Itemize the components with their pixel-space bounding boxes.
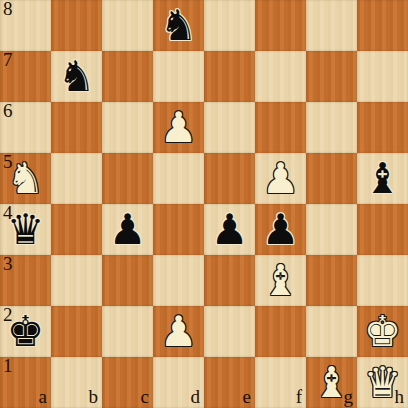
square-h4[interactable] bbox=[357, 204, 408, 255]
piece-black-pawn[interactable]: ♟ bbox=[102, 204, 153, 255]
square-a3[interactable]: 3 bbox=[0, 255, 51, 306]
rank-label-3: 3 bbox=[3, 253, 13, 275]
square-b4[interactable] bbox=[51, 204, 102, 255]
square-g6[interactable] bbox=[306, 102, 357, 153]
square-g8[interactable] bbox=[306, 0, 357, 51]
square-a8[interactable]: 8 bbox=[0, 0, 51, 51]
piece-black-pawn[interactable]: ♟ bbox=[255, 204, 306, 255]
square-f5[interactable]: ♟ bbox=[255, 153, 306, 204]
square-d4[interactable] bbox=[153, 204, 204, 255]
square-g3[interactable] bbox=[306, 255, 357, 306]
square-c8[interactable] bbox=[102, 0, 153, 51]
piece-black-pawn[interactable]: ♟ bbox=[204, 204, 255, 255]
piece-black-knight[interactable]: ♞ bbox=[51, 51, 102, 102]
file-label-a: a bbox=[39, 386, 47, 408]
square-e4[interactable]: ♟ bbox=[204, 204, 255, 255]
square-h7[interactable] bbox=[357, 51, 408, 102]
square-e5[interactable] bbox=[204, 153, 255, 204]
square-h1[interactable]: h♛ bbox=[357, 357, 408, 408]
file-label-e: e bbox=[243, 386, 251, 408]
square-a4[interactable]: 4♛ bbox=[0, 204, 51, 255]
piece-black-bishop[interactable]: ♝ bbox=[357, 153, 408, 204]
piece-white-king[interactable]: ♚ bbox=[357, 306, 408, 357]
square-c4[interactable]: ♟ bbox=[102, 204, 153, 255]
square-a5[interactable]: 5♞ bbox=[0, 153, 51, 204]
piece-white-pawn[interactable]: ♟ bbox=[255, 153, 306, 204]
square-d6[interactable]: ♟ bbox=[153, 102, 204, 153]
rank-label-4: 4 bbox=[3, 202, 13, 224]
file-label-h: h bbox=[395, 386, 405, 408]
square-e6[interactable] bbox=[204, 102, 255, 153]
square-c6[interactable] bbox=[102, 102, 153, 153]
rank-label-7: 7 bbox=[3, 49, 13, 71]
rank-label-2: 2 bbox=[3, 304, 13, 326]
piece-white-pawn[interactable]: ♟ bbox=[153, 306, 204, 357]
square-d2[interactable]: ♟ bbox=[153, 306, 204, 357]
square-c3[interactable] bbox=[102, 255, 153, 306]
file-label-g: g bbox=[344, 386, 354, 408]
square-f8[interactable] bbox=[255, 0, 306, 51]
rank-label-8: 8 bbox=[3, 0, 13, 20]
square-f1[interactable]: f bbox=[255, 357, 306, 408]
square-f7[interactable] bbox=[255, 51, 306, 102]
square-c7[interactable] bbox=[102, 51, 153, 102]
square-a6[interactable]: 6 bbox=[0, 102, 51, 153]
rank-label-5: 5 bbox=[3, 151, 13, 173]
square-h2[interactable]: ♚ bbox=[357, 306, 408, 357]
file-label-d: d bbox=[191, 386, 201, 408]
square-c2[interactable] bbox=[102, 306, 153, 357]
square-b1[interactable]: b bbox=[51, 357, 102, 408]
square-h5[interactable]: ♝ bbox=[357, 153, 408, 204]
file-label-b: b bbox=[89, 386, 99, 408]
square-a1[interactable]: 1a bbox=[0, 357, 51, 408]
chess-board: 8♞7♞6♟5♞♟♝4♛♟♟♟3♝2♚♟♚1abcdefg♝h♛ bbox=[0, 0, 408, 408]
square-a7[interactable]: 7 bbox=[0, 51, 51, 102]
square-e8[interactable] bbox=[204, 0, 255, 51]
square-h8[interactable] bbox=[357, 0, 408, 51]
square-d5[interactable] bbox=[153, 153, 204, 204]
square-e7[interactable] bbox=[204, 51, 255, 102]
square-g7[interactable] bbox=[306, 51, 357, 102]
square-f6[interactable] bbox=[255, 102, 306, 153]
square-f3[interactable]: ♝ bbox=[255, 255, 306, 306]
square-d7[interactable] bbox=[153, 51, 204, 102]
square-g5[interactable] bbox=[306, 153, 357, 204]
square-c1[interactable]: c bbox=[102, 357, 153, 408]
piece-white-bishop[interactable]: ♝ bbox=[255, 255, 306, 306]
square-b2[interactable] bbox=[51, 306, 102, 357]
piece-black-knight[interactable]: ♞ bbox=[153, 0, 204, 51]
file-label-f: f bbox=[296, 386, 302, 408]
square-b3[interactable] bbox=[51, 255, 102, 306]
square-b7[interactable]: ♞ bbox=[51, 51, 102, 102]
square-d8[interactable]: ♞ bbox=[153, 0, 204, 51]
square-e3[interactable] bbox=[204, 255, 255, 306]
square-d1[interactable]: d bbox=[153, 357, 204, 408]
square-e2[interactable] bbox=[204, 306, 255, 357]
square-f4[interactable]: ♟ bbox=[255, 204, 306, 255]
square-d3[interactable] bbox=[153, 255, 204, 306]
square-g2[interactable] bbox=[306, 306, 357, 357]
rank-label-6: 6 bbox=[3, 100, 13, 122]
square-e1[interactable]: e bbox=[204, 357, 255, 408]
file-label-c: c bbox=[141, 386, 149, 408]
square-g1[interactable]: g♝ bbox=[306, 357, 357, 408]
square-c5[interactable] bbox=[102, 153, 153, 204]
square-h3[interactable] bbox=[357, 255, 408, 306]
square-h6[interactable] bbox=[357, 102, 408, 153]
square-f2[interactable] bbox=[255, 306, 306, 357]
piece-white-pawn[interactable]: ♟ bbox=[153, 102, 204, 153]
square-b8[interactable] bbox=[51, 0, 102, 51]
square-g4[interactable] bbox=[306, 204, 357, 255]
square-a2[interactable]: 2♚ bbox=[0, 306, 51, 357]
rank-label-1: 1 bbox=[3, 355, 13, 377]
square-b5[interactable] bbox=[51, 153, 102, 204]
square-b6[interactable] bbox=[51, 102, 102, 153]
